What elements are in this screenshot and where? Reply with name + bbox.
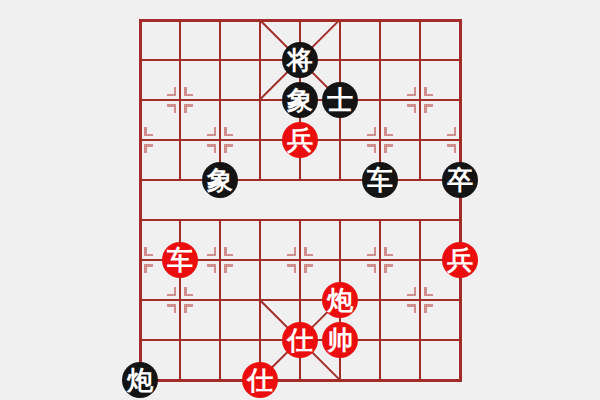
piece-red-cannon[interactable]: 炮 — [322, 282, 358, 318]
piece-black-king[interactable]: 将 — [282, 42, 318, 78]
piece-red-advisor[interactable]: 仕 — [282, 322, 318, 358]
piece-red-chariot[interactable]: 车 — [162, 242, 198, 278]
xiangqi-board: 将象士兵象车卒车兵炮仕帅仕炮 — [0, 0, 600, 400]
piece-black-chariot[interactable]: 车 — [362, 162, 398, 198]
piece-red-king[interactable]: 帅 — [322, 322, 358, 358]
piece-red-soldier[interactable]: 兵 — [282, 122, 318, 158]
piece-red-soldier[interactable]: 兵 — [442, 242, 478, 278]
piece-black-elephant[interactable]: 象 — [202, 162, 238, 198]
board-grid: 将象士兵象车卒车兵炮仕帅仕炮 — [120, 0, 480, 400]
piece-black-advisor[interactable]: 士 — [322, 82, 358, 118]
piece-black-elephant[interactable]: 象 — [282, 82, 318, 118]
piece-red-advisor[interactable]: 仕 — [242, 362, 278, 398]
piece-black-soldier[interactable]: 卒 — [442, 162, 478, 198]
piece-black-cannon[interactable]: 炮 — [122, 362, 158, 398]
